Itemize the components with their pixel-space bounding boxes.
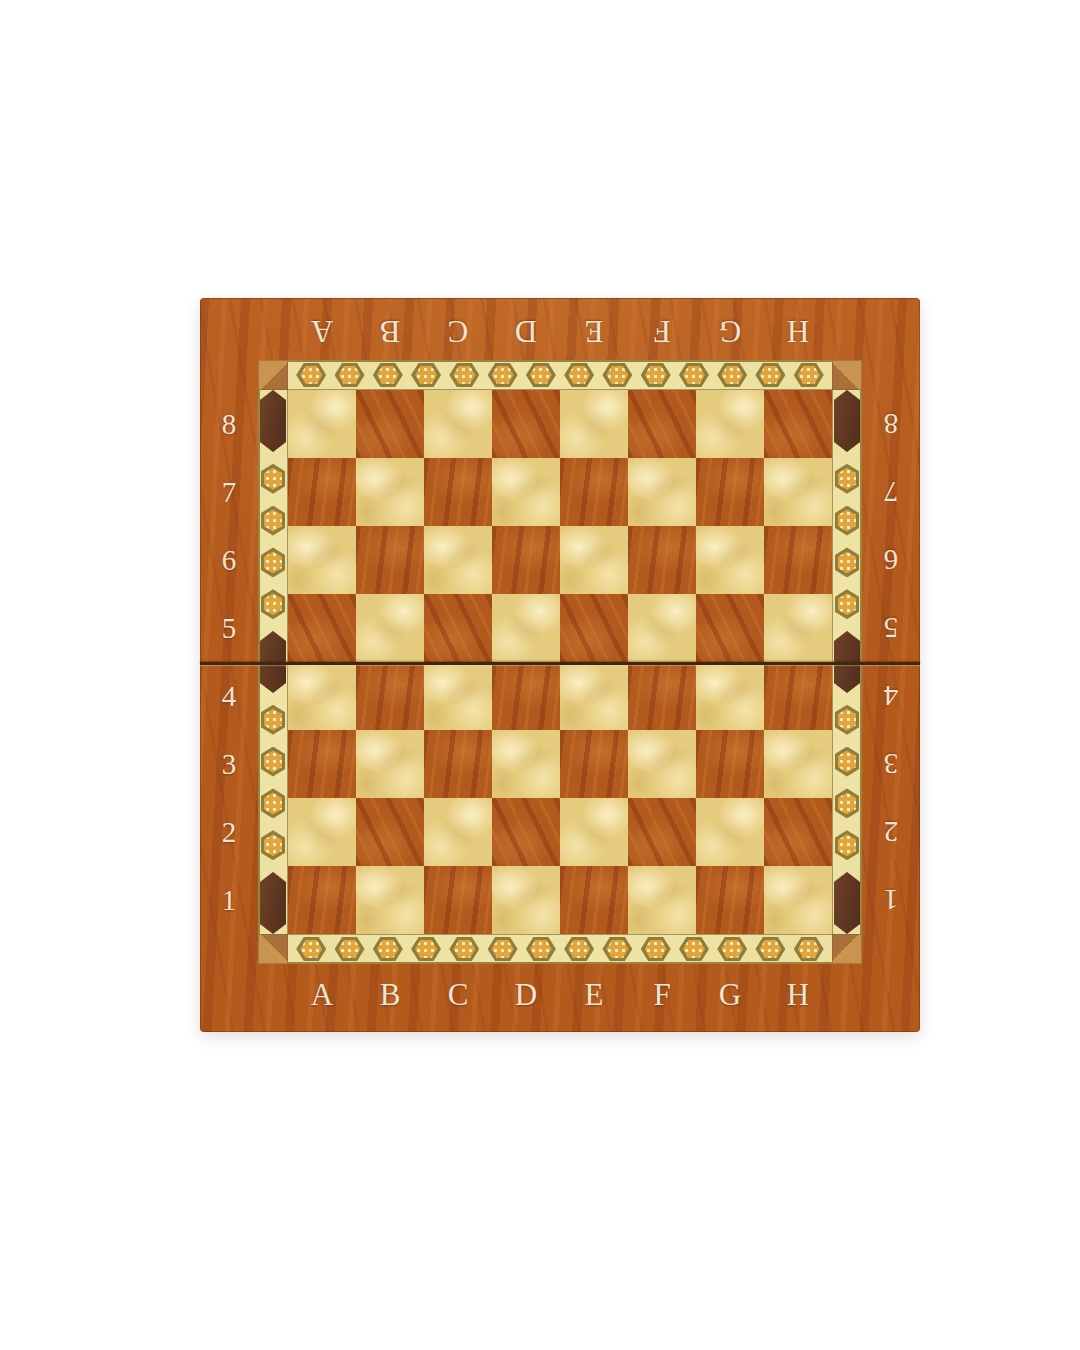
honeycomb-hexagon-icon (449, 937, 479, 961)
square-d7[interactable] (492, 458, 560, 526)
square-e8[interactable] (560, 390, 628, 458)
rank-label-7-left: 7 (200, 458, 258, 526)
rank-label-2-left: 2 (200, 798, 258, 866)
square-c1[interactable] (424, 866, 492, 934)
honeycomb-hexagon-icon (335, 363, 365, 387)
file-label-d-top: D (492, 313, 560, 347)
honeycomb-hexagon-icon (261, 705, 285, 735)
honeycomb-hexagon-icon (602, 937, 632, 961)
honeycomb-hexagon-icon (261, 747, 285, 777)
file-label-h-top: H (764, 313, 832, 347)
square-h4[interactable] (764, 662, 832, 730)
square-g8[interactable] (696, 390, 764, 458)
square-d5[interactable] (492, 594, 560, 662)
square-a6[interactable] (288, 526, 356, 594)
honeycomb-hexagon-icon (373, 937, 403, 961)
rank-label-6-left: 6 (200, 526, 258, 594)
square-c3[interactable] (424, 730, 492, 798)
rank-label-8-left: 8 (200, 390, 258, 458)
dark-wedge-inlay (834, 872, 860, 934)
file-label-e-bottom: E (560, 979, 628, 1013)
board-fold-line (200, 662, 920, 665)
corner-inlay (258, 360, 288, 390)
square-b2[interactable] (356, 798, 424, 866)
honeycomb-hexagon-icon (835, 506, 859, 536)
honeycomb-hexagon-icon (641, 363, 671, 387)
square-c5[interactable] (424, 594, 492, 662)
honeycomb-hexagon-icon (755, 363, 785, 387)
honeycomb-hexagon-icon (261, 589, 285, 619)
square-f5[interactable] (628, 594, 696, 662)
file-label-f-top: F (628, 313, 696, 347)
square-a7[interactable] (288, 458, 356, 526)
file-label-e-top: E (560, 313, 628, 347)
square-d8[interactable] (492, 390, 560, 458)
square-e4[interactable] (560, 662, 628, 730)
square-g3[interactable] (696, 730, 764, 798)
rank-label-7-right: 7 (862, 458, 920, 526)
corner-inlay (832, 934, 862, 964)
rank-label-5-right: 5 (862, 594, 920, 662)
honeycomb-hexagon-icon (411, 937, 441, 961)
honeycomb-hexagon-icon (261, 547, 285, 577)
honeycomb-hexagon-icon (261, 464, 285, 494)
square-a1[interactable] (288, 866, 356, 934)
honeycomb-hexagon-icon (373, 363, 403, 387)
honeycomb-hexagon-icon (679, 363, 709, 387)
honeycomb-hexagon-icon (755, 937, 785, 961)
square-g2[interactable] (696, 798, 764, 866)
square-c2[interactable] (424, 798, 492, 866)
rank-label-4-right: 4 (862, 662, 920, 730)
square-g1[interactable] (696, 866, 764, 934)
square-a3[interactable] (288, 730, 356, 798)
file-label-b-bottom: B (356, 979, 424, 1013)
dark-wedge-inlay (260, 872, 286, 934)
honeycomb-hexagon-icon (526, 363, 556, 387)
square-e2[interactable] (560, 798, 628, 866)
square-b6[interactable] (356, 526, 424, 594)
file-labels-top: ABCDEFGH (288, 313, 832, 347)
square-g6[interactable] (696, 526, 764, 594)
honeycomb-hexagon-icon (526, 937, 556, 961)
file-label-a-top: A (288, 313, 356, 347)
chess-board: ABCDEFGH ABCDEFGH 87654321 87654321 (200, 298, 920, 1032)
honeycomb-row-bottom (288, 934, 832, 964)
square-f8[interactable] (628, 390, 696, 458)
honeycomb-hexagon-icon (835, 464, 859, 494)
honeycomb-hexagon-icon (261, 506, 285, 536)
honeycomb-hexagon-icon (564, 363, 594, 387)
honeycomb-hexagon-icon (717, 363, 747, 387)
square-e1[interactable] (560, 866, 628, 934)
square-h1[interactable] (764, 866, 832, 934)
rank-label-3-left: 3 (200, 730, 258, 798)
honeycomb-hexagon-icon (261, 788, 285, 818)
square-b4[interactable] (356, 662, 424, 730)
square-e7[interactable] (560, 458, 628, 526)
square-b3[interactable] (356, 730, 424, 798)
honeycomb-hexagon-icon (835, 830, 859, 860)
honeycomb-hexagon-icon (835, 747, 859, 777)
honeycomb-hexagon-icon (835, 788, 859, 818)
rank-label-8-right: 8 (862, 390, 920, 458)
square-b5[interactable] (356, 594, 424, 662)
file-label-h-bottom: H (764, 979, 832, 1013)
dark-wedge-inlay (834, 390, 860, 452)
square-c8[interactable] (424, 390, 492, 458)
rank-label-4-left: 4 (200, 662, 258, 730)
honeycomb-hexagon-icon (296, 363, 326, 387)
square-g7[interactable] (696, 458, 764, 526)
honeycomb-hexagon-icon (261, 830, 285, 860)
square-h6[interactable] (764, 526, 832, 594)
rank-label-1-left: 1 (200, 866, 258, 934)
square-d1[interactable] (492, 866, 560, 934)
honeycomb-hexagon-icon (564, 937, 594, 961)
square-h5[interactable] (764, 594, 832, 662)
square-e3[interactable] (560, 730, 628, 798)
square-f1[interactable] (628, 866, 696, 934)
square-f3[interactable] (628, 730, 696, 798)
file-label-d-bottom: D (492, 979, 560, 1013)
honeycomb-hexagon-icon (411, 363, 441, 387)
rank-label-1-right: 1 (862, 866, 920, 934)
square-h2[interactable] (764, 798, 832, 866)
honeycomb-hexagon-icon (488, 937, 518, 961)
file-label-f-bottom: F (628, 979, 696, 1013)
corner-inlay (258, 934, 288, 964)
rank-label-2-right: 2 (862, 798, 920, 866)
square-a2[interactable] (288, 798, 356, 866)
square-f2[interactable] (628, 798, 696, 866)
square-f4[interactable] (628, 662, 696, 730)
file-label-a-bottom: A (288, 979, 356, 1013)
square-b1[interactable] (356, 866, 424, 934)
square-e6[interactable] (560, 526, 628, 594)
file-label-b-top: B (356, 313, 424, 347)
honeycomb-hexagon-icon (335, 937, 365, 961)
honeycomb-hexagon-icon (794, 363, 824, 387)
honeycomb-hexagon-icon (794, 937, 824, 961)
square-h7[interactable] (764, 458, 832, 526)
rank-label-6-right: 6 (862, 526, 920, 594)
square-e5[interactable] (560, 594, 628, 662)
file-label-g-bottom: G (696, 979, 764, 1013)
honeycomb-hexagon-icon (835, 589, 859, 619)
honeycomb-hexagon-icon (717, 937, 747, 961)
square-b8[interactable] (356, 390, 424, 458)
square-d2[interactable] (492, 798, 560, 866)
square-g4[interactable] (696, 662, 764, 730)
square-f7[interactable] (628, 458, 696, 526)
square-a8[interactable] (288, 390, 356, 458)
honeycomb-row-top (288, 360, 832, 390)
square-f6[interactable] (628, 526, 696, 594)
honeycomb-hexagon-icon (835, 705, 859, 735)
dark-wedge-inlay (260, 390, 286, 452)
file-labels-bottom: ABCDEFGH (288, 979, 832, 1013)
square-h8[interactable] (764, 390, 832, 458)
honeycomb-hexagon-icon (835, 547, 859, 577)
honeycomb-hexagon-icon (296, 937, 326, 961)
honeycomb-hexagon-icon (641, 937, 671, 961)
corner-inlay (832, 360, 862, 390)
square-b7[interactable] (356, 458, 424, 526)
file-label-g-top: G (696, 313, 764, 347)
square-d4[interactable] (492, 662, 560, 730)
honeycomb-hexagon-icon (679, 937, 709, 961)
square-a4[interactable] (288, 662, 356, 730)
square-g5[interactable] (696, 594, 764, 662)
rank-label-3-right: 3 (862, 730, 920, 798)
square-h3[interactable] (764, 730, 832, 798)
honeycomb-hexagon-icon (602, 363, 632, 387)
file-label-c-top: C (424, 313, 492, 347)
square-c4[interactable] (424, 662, 492, 730)
square-a5[interactable] (288, 594, 356, 662)
file-label-c-bottom: C (424, 979, 492, 1013)
square-d6[interactable] (492, 526, 560, 594)
square-d3[interactable] (492, 730, 560, 798)
honeycomb-hexagon-icon (488, 363, 518, 387)
rank-label-5-left: 5 (200, 594, 258, 662)
honeycomb-hexagon-icon (449, 363, 479, 387)
square-c6[interactable] (424, 526, 492, 594)
square-c7[interactable] (424, 458, 492, 526)
